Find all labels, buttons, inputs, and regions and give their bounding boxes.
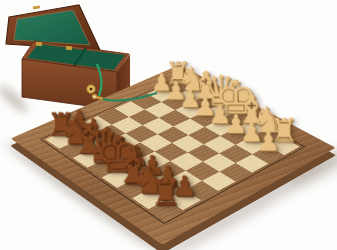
hinge-icon [66,46,72,51]
ribbon [97,64,101,96]
box-lid [6,5,100,50]
piece-white-pawn[interactable]: ♟ [238,128,299,154]
keyhole-icon [87,85,96,94]
square-h3[interactable] [236,154,269,172]
square-h4[interactable] [219,163,252,182]
keyhole-hole [90,88,93,91]
box-divider [74,48,86,66]
hinge-icon [36,42,42,47]
brass-plate-icon [33,5,40,9]
board-frame: ♜♞♝♛♚♝♞♜♟♟♟♟♟♟♟♟♟♟♟♟♟♟♟♟♜♞♝♛♚♝♞♜ [11,65,336,245]
box-felt [27,44,125,70]
box-rim [22,41,129,72]
box-lid-felt [14,10,90,45]
piece-black-rook[interactable]: ♜ [133,175,199,210]
square-h8[interactable]: ♜ [148,199,183,220]
box-shadow [0,83,30,116]
product-photo-scene: ♜♞♝♛♚♝♞♜♟♟♟♟♟♟♟♟♟♟♟♟♟♟♟♟♜♞♝♛♚♝♞♜ [0,0,337,250]
chess-board: ♜♞♝♛♚♝♞♜♟♟♟♟♟♟♟♟♟♟♟♟♟♟♟♟♜♞♝♛♚♝♞♜ [11,65,336,245]
